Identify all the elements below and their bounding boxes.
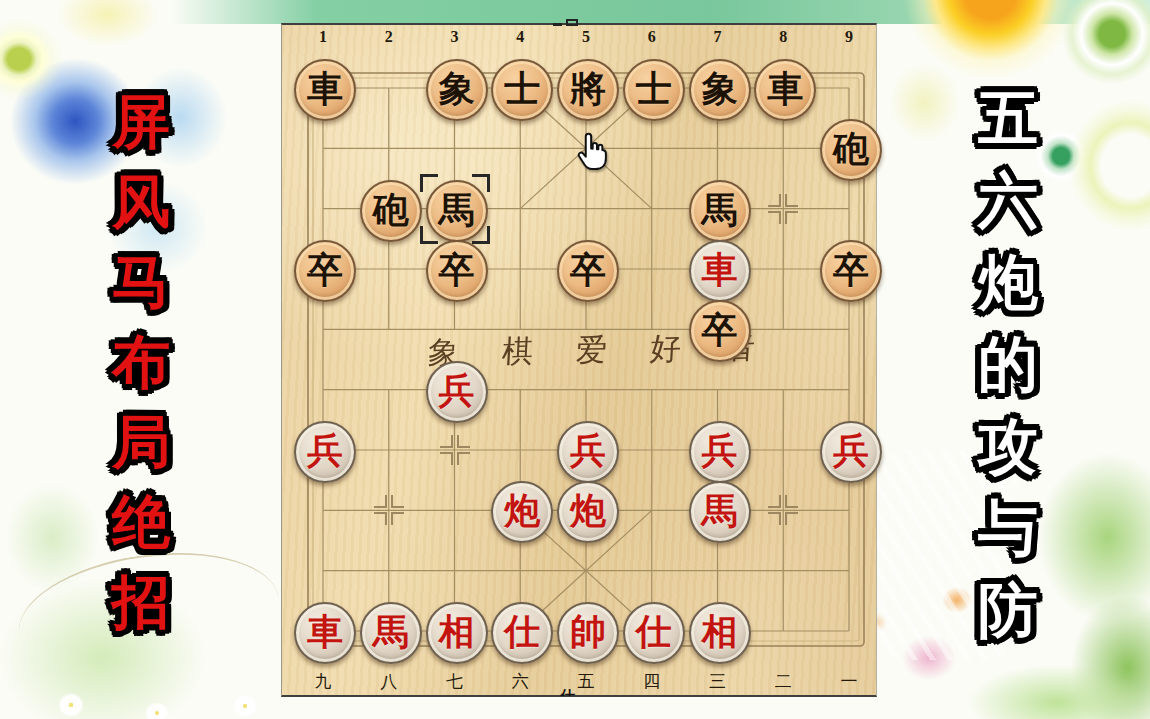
piece-black-卒[interactable]: 卒	[820, 240, 882, 302]
piece-red-兵[interactable]: 兵	[426, 361, 488, 423]
piece-char: 馬	[362, 604, 420, 660]
point-marker	[440, 435, 470, 465]
piece-char: 象	[691, 61, 749, 117]
xiangqi-board[interactable]: 123456789 九八七六五四三二一 象棋爱好者 車象士將士象車砲砲馬馬卒卒卒…	[281, 23, 877, 697]
piece-black-車[interactable]: 車	[294, 59, 356, 121]
piece-char: 兵	[691, 423, 749, 479]
piece-char: 卒	[691, 302, 749, 358]
piece-char: 將	[559, 61, 617, 117]
moss-blob	[1055, 575, 1150, 719]
piece-black-車[interactable]: 車	[754, 59, 816, 121]
piece-char: 卒	[296, 242, 354, 298]
piece-black-砲[interactable]: 砲	[360, 180, 422, 242]
cropped-ui-fragment-top	[566, 19, 578, 26]
point-marker	[374, 495, 404, 525]
piece-char: 卒	[559, 242, 617, 298]
piece-char: 士	[625, 61, 683, 117]
piece-red-兵[interactable]: 兵	[689, 421, 751, 483]
piece-char: 兵	[296, 423, 354, 479]
piece-char: 卒	[822, 242, 880, 298]
piece-red-車[interactable]: 車	[689, 240, 751, 302]
piece-black-卒[interactable]: 卒	[294, 240, 356, 302]
piece-black-卒[interactable]: 卒	[426, 240, 488, 302]
file-label-top: 5	[582, 28, 590, 46]
file-label-bottom: 九	[315, 670, 332, 693]
file-label-top: 7	[714, 28, 722, 46]
cropped-text-fragment-bottom: 仕	[560, 687, 608, 696]
piece-black-馬[interactable]: 馬	[689, 180, 751, 242]
piece-red-兵[interactable]: 兵	[820, 421, 882, 483]
piece-char: 相	[428, 604, 486, 660]
piece-red-帥[interactable]: 帥	[557, 602, 619, 664]
piece-black-砲[interactable]: 砲	[820, 119, 882, 181]
piece-black-士[interactable]: 士	[623, 59, 685, 121]
file-label-bottom: 一	[841, 670, 858, 693]
piece-red-相[interactable]: 相	[426, 602, 488, 664]
piece-red-馬[interactable]: 馬	[360, 602, 422, 664]
point-marker	[768, 194, 798, 224]
piece-red-馬[interactable]: 馬	[689, 481, 751, 543]
piece-black-象[interactable]: 象	[689, 59, 751, 121]
cropped-ui-fragment-top	[553, 23, 562, 26]
piece-char: 車	[691, 242, 749, 298]
piece-char: 卒	[428, 242, 486, 298]
piece-char: 兵	[428, 363, 486, 419]
pale-ring	[1058, 88, 1150, 243]
file-label-top: 9	[845, 28, 853, 46]
piece-red-炮[interactable]: 炮	[491, 481, 553, 543]
file-label-top: 8	[779, 28, 787, 46]
piece-red-相[interactable]: 相	[689, 602, 751, 664]
hand-cursor-icon	[574, 131, 608, 175]
piece-char: 砲	[362, 182, 420, 238]
file-label-top: 1	[319, 28, 327, 46]
piece-char: 車	[296, 604, 354, 660]
piece-black-卒[interactable]: 卒	[689, 300, 751, 362]
daisy	[140, 698, 174, 719]
file-label-bottom: 二	[775, 670, 792, 693]
piece-black-將[interactable]: 將	[557, 59, 619, 121]
file-label-top: 2	[385, 28, 393, 46]
yellow-specks	[877, 50, 972, 155]
piece-char: 象	[428, 61, 486, 117]
file-label-top: 4	[516, 28, 524, 46]
piece-char: 相	[691, 604, 749, 660]
piece-char: 兵	[822, 423, 880, 479]
piece-red-仕[interactable]: 仕	[623, 602, 685, 664]
piece-char: 馬	[428, 182, 486, 238]
piece-char: 帥	[559, 604, 617, 660]
piece-char: 炮	[493, 483, 551, 539]
daisy	[53, 688, 89, 719]
piece-char: 車	[296, 61, 354, 117]
right-title-banner: 五六炮的攻与防	[968, 78, 1048, 652]
file-label-bottom: 四	[643, 670, 660, 693]
piece-black-馬[interactable]: 馬	[426, 180, 488, 242]
piece-char: 馬	[691, 182, 749, 238]
piece-black-卒[interactable]: 卒	[557, 240, 619, 302]
moss-blob	[945, 655, 1150, 719]
piece-char: 砲	[822, 121, 880, 177]
piece-char: 仕	[625, 604, 683, 660]
point-marker	[768, 495, 798, 525]
piece-red-車[interactable]: 車	[294, 602, 356, 664]
piece-black-士[interactable]: 士	[491, 59, 553, 121]
piece-char: 炮	[559, 483, 617, 539]
piece-char: 馬	[691, 483, 749, 539]
piece-red-兵[interactable]: 兵	[294, 421, 356, 483]
file-label-bottom: 六	[512, 670, 529, 693]
file-label-bottom: 七	[446, 670, 463, 693]
piece-char: 兵	[559, 423, 617, 479]
file-label-bottom: 三	[709, 670, 726, 693]
file-label-bottom: 八	[380, 670, 397, 693]
piece-red-兵[interactable]: 兵	[557, 421, 619, 483]
piece-char: 車	[756, 61, 814, 117]
piece-red-炮[interactable]: 炮	[557, 481, 619, 543]
piece-char: 仕	[493, 604, 551, 660]
file-label-top: 6	[648, 28, 656, 46]
file-label-top: 3	[451, 28, 459, 46]
top-green-band	[170, 0, 1150, 24]
piece-red-仕[interactable]: 仕	[491, 602, 553, 664]
yellow-arc	[40, 0, 175, 57]
piece-black-象[interactable]: 象	[426, 59, 488, 121]
daisy	[228, 690, 262, 719]
left-title-banner: 屏风马布局绝招	[103, 83, 179, 643]
piece-char: 士	[493, 61, 551, 117]
yellow-green-ring	[0, 18, 63, 100]
